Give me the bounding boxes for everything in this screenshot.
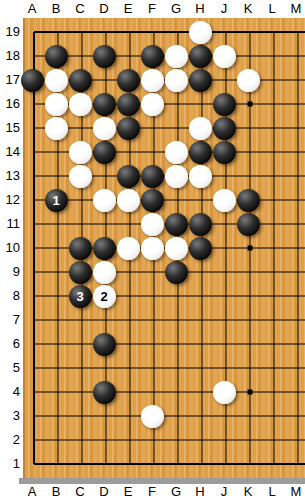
column-label-bottom-K: K <box>244 484 253 500</box>
column-label-top-C: C <box>75 1 84 17</box>
column-label-top-G: G <box>171 1 181 17</box>
column-label-bottom-L: L <box>268 484 275 500</box>
row-label-7: 7 <box>0 312 20 328</box>
row-label-9: 9 <box>0 264 20 280</box>
row-label-4: 4 <box>0 384 20 400</box>
column-label-top-A: A <box>28 1 37 17</box>
column-label-bottom-B: B <box>52 484 61 500</box>
row-label-18: 18 <box>0 48 20 64</box>
column-label-top-L: L <box>268 1 275 17</box>
column-label-top-E: E <box>124 1 133 17</box>
column-label-top-K: K <box>244 1 253 17</box>
row-label-13: 13 <box>0 168 20 184</box>
column-label-bottom-F: F <box>148 484 156 500</box>
row-label-16: 16 <box>0 96 20 112</box>
board-shadow <box>19 478 305 484</box>
column-label-top-M: M <box>291 1 302 17</box>
go-board[interactable] <box>23 18 305 478</box>
row-label-10: 10 <box>0 240 20 256</box>
row-label-17: 17 <box>0 72 20 88</box>
column-label-bottom-G: G <box>171 484 181 500</box>
row-label-8: 8 <box>0 288 20 304</box>
star-point-K4 <box>248 390 253 395</box>
column-label-bottom-J: J <box>221 484 228 500</box>
column-label-bottom-M: M <box>291 484 302 500</box>
column-label-top-H: H <box>195 1 204 17</box>
column-label-top-B: B <box>52 1 61 17</box>
column-label-top-F: F <box>148 1 156 17</box>
column-label-top-D: D <box>99 1 108 17</box>
go-board-screenshot: ABCDEFGHJKLM ABCDEFGHJKLM 19181716151413… <box>0 0 305 500</box>
column-label-bottom-H: H <box>195 484 204 500</box>
board-grid-lines <box>25 18 305 478</box>
row-label-15: 15 <box>0 120 20 136</box>
column-label-bottom-E: E <box>124 484 133 500</box>
star-point-K10 <box>248 246 253 251</box>
row-label-1: 1 <box>0 456 20 472</box>
column-label-top-J: J <box>221 1 228 17</box>
column-label-bottom-C: C <box>75 484 84 500</box>
row-label-19: 19 <box>0 24 20 40</box>
row-label-12: 12 <box>0 192 20 208</box>
row-label-11: 11 <box>0 216 20 232</box>
column-label-bottom-D: D <box>99 484 108 500</box>
row-label-5: 5 <box>0 360 20 376</box>
row-label-6: 6 <box>0 336 20 352</box>
row-label-14: 14 <box>0 144 20 160</box>
star-point-K16 <box>248 102 253 107</box>
row-label-3: 3 <box>0 408 20 424</box>
row-label-2: 2 <box>0 432 20 448</box>
column-label-bottom-A: A <box>28 484 37 500</box>
